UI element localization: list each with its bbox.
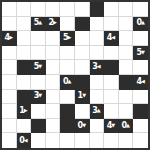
- cell-r3c7[interactable]: [104, 46, 119, 61]
- clue-0-l-r9c1: 0◀: [19, 137, 26, 145]
- arrow-u-icon: ▲: [141, 19, 144, 25]
- cell-r0c0[interactable]: [2, 2, 17, 17]
- arrow-d-icon: ▼: [111, 122, 114, 128]
- arrow-d-icon: ▼: [38, 92, 41, 98]
- arrow-d-icon: ▼: [82, 92, 85, 98]
- cell-r8c8: 0▲: [119, 119, 134, 134]
- arrow-d-icon: ▼: [38, 63, 41, 69]
- cell-r1c3: 2▶: [46, 17, 61, 32]
- cell-r0c6: [90, 2, 105, 17]
- cell-r2c7: 4◀: [104, 31, 119, 46]
- cell-r4c0[interactable]: [2, 60, 17, 75]
- cell-r0c8[interactable]: [119, 2, 134, 17]
- cell-r8c7: 4▼: [104, 119, 119, 134]
- arrow-d-icon: ▼: [82, 122, 85, 128]
- cell-r6c8[interactable]: [119, 90, 134, 105]
- cell-r0c3[interactable]: [46, 2, 61, 17]
- cell-r4c2: 5▼: [31, 60, 46, 75]
- cell-r0c5[interactable]: [75, 2, 90, 17]
- cell-r7c3[interactable]: [46, 104, 61, 119]
- cell-r9c6[interactable]: [90, 133, 105, 148]
- arrow-l-icon: ◀: [97, 63, 100, 69]
- cell-r9c8[interactable]: [119, 133, 134, 148]
- cell-r8c6[interactable]: [90, 119, 105, 134]
- cell-r7c1: 1▶: [17, 104, 32, 119]
- cell-r1c8[interactable]: [119, 17, 134, 32]
- cell-r9c7[interactable]: [104, 133, 119, 148]
- cell-r8c9[interactable]: [133, 119, 148, 134]
- clue-4-r-r2c0: 4▶: [5, 34, 12, 42]
- clue-0-u-r5c4: 0▲: [63, 78, 70, 86]
- cell-r6c9[interactable]: [133, 90, 148, 105]
- clue-1-r-r7c1: 1▶: [19, 107, 26, 115]
- clue-0-u-r1c9: 0▲: [136, 19, 143, 27]
- cell-r2c6[interactable]: [90, 31, 105, 46]
- cell-r9c9[interactable]: [133, 133, 148, 148]
- cell-r5c8: [119, 75, 134, 90]
- cell-r4c4[interactable]: [60, 60, 75, 75]
- clue-0-u-r8c8: 0▲: [121, 122, 128, 130]
- cell-r8c2: [31, 119, 46, 134]
- cell-r9c5[interactable]: [75, 133, 90, 148]
- cell-r4c7: [104, 60, 119, 75]
- clue-3-d-r6c2: 3▼: [34, 92, 41, 100]
- cell-r8c3[interactable]: [46, 119, 61, 134]
- cell-r4c5[interactable]: [75, 60, 90, 75]
- cell-r5c6[interactable]: [90, 75, 105, 90]
- cell-r3c9: 5▼: [133, 46, 148, 61]
- cell-r2c5[interactable]: [75, 31, 90, 46]
- arrow-l-icon: ◀: [24, 137, 27, 143]
- cell-r5c5: [75, 75, 90, 90]
- clue-3-l-r4c6: 3◀: [92, 63, 99, 71]
- cell-r5c7[interactable]: [104, 75, 119, 90]
- cell-r4c9[interactable]: [133, 60, 148, 75]
- cell-r6c5: 1▼: [75, 90, 90, 105]
- clue-2-r-r1c3: 2▶: [48, 19, 55, 27]
- cell-r9c1: 0◀: [17, 133, 32, 148]
- cell-r4c3[interactable]: [46, 60, 61, 75]
- cell-r2c1[interactable]: [17, 31, 32, 46]
- arrow-r-icon: ▶: [9, 34, 12, 40]
- cell-r3c8[interactable]: [119, 46, 134, 61]
- cell-r5c3[interactable]: [46, 75, 61, 90]
- yajilin-board: 5▲2▶0▲4▶5▶4◀5▼5▼3◀0▲4◀3▼1▼1▶3▲0▼4▼0▲0◀: [0, 0, 150, 150]
- cell-r6c3[interactable]: [46, 90, 61, 105]
- cell-r5c1[interactable]: [17, 75, 32, 90]
- arrow-d-icon: ▼: [141, 49, 144, 55]
- cell-r6c1: [17, 90, 32, 105]
- cell-r9c2[interactable]: [31, 133, 46, 148]
- cell-r1c0[interactable]: [2, 17, 17, 32]
- clue-4-l-r5c9: 4◀: [136, 78, 143, 86]
- cell-r7c4: [60, 104, 75, 119]
- cell-r3c0[interactable]: [2, 46, 17, 61]
- cell-r0c2[interactable]: [31, 2, 46, 17]
- cell-r2c4: 5▶: [60, 31, 75, 46]
- cell-r7c0[interactable]: [2, 104, 17, 119]
- cell-r1c9: 0▲: [133, 17, 148, 32]
- clue-4-d-r8c7: 4▼: [107, 122, 114, 130]
- cell-r0c7[interactable]: [104, 2, 119, 17]
- arrow-l-icon: ◀: [111, 34, 114, 40]
- cell-r8c0[interactable]: [2, 119, 17, 134]
- cell-r8c4: [60, 119, 75, 134]
- cell-r7c5[interactable]: [75, 104, 90, 119]
- cell-r7c2[interactable]: [31, 104, 46, 119]
- cell-r9c4[interactable]: [60, 133, 75, 148]
- clue-5-d-r3c9: 5▼: [136, 49, 143, 57]
- cell-r3c3[interactable]: [46, 46, 61, 61]
- cell-r3c4[interactable]: [60, 46, 75, 61]
- cell-r2c8[interactable]: [119, 31, 134, 46]
- cell-r3c5[interactable]: [75, 46, 90, 61]
- cell-r6c0[interactable]: [2, 90, 17, 105]
- clue-3-u-r7c6: 3▲: [92, 107, 99, 115]
- arrow-u-icon: ▲: [126, 122, 129, 128]
- arrow-l-icon: ◀: [141, 78, 144, 84]
- arrow-r-icon: ▶: [24, 107, 27, 113]
- cell-r5c0[interactable]: [2, 75, 17, 90]
- cell-r1c2: 5▲: [31, 17, 46, 32]
- cell-r7c8[interactable]: [119, 104, 134, 119]
- cell-r3c1[interactable]: [17, 46, 32, 61]
- cell-r7c7[interactable]: [104, 104, 119, 119]
- cell-r0c1[interactable]: [17, 2, 32, 17]
- cell-r2c3[interactable]: [46, 31, 61, 46]
- cell-r4c6: 3◀: [90, 60, 105, 75]
- cell-r0c4[interactable]: [60, 2, 75, 17]
- arrow-u-icon: ▲: [68, 78, 71, 84]
- cell-r8c5: 0▼: [75, 119, 90, 134]
- cell-r1c1[interactable]: [17, 17, 32, 32]
- clue-5-r-r2c4: 5▶: [63, 34, 70, 42]
- cell-r8c1[interactable]: [17, 119, 32, 134]
- cell-r1c7[interactable]: [104, 17, 119, 32]
- cell-r3c6[interactable]: [90, 46, 105, 61]
- cell-r6c4[interactable]: [60, 90, 75, 105]
- cell-r2c9[interactable]: [133, 31, 148, 46]
- cell-r0c9[interactable]: [133, 2, 148, 17]
- cell-r6c2: 3▼: [31, 90, 46, 105]
- clue-5-u-r1c2: 5▲: [34, 19, 41, 27]
- clue-4-l-r2c7: 4◀: [107, 34, 114, 42]
- cell-r5c4: 0▲: [60, 75, 75, 90]
- cell-r2c0: 4▶: [2, 31, 17, 46]
- cell-r9c3[interactable]: [46, 133, 61, 148]
- cell-r6c6[interactable]: [90, 90, 105, 105]
- clue-5-d-r4c2: 5▼: [34, 63, 41, 71]
- cell-r7c9: [133, 104, 148, 119]
- arrow-u-icon: ▲: [97, 107, 100, 113]
- arrow-u-icon: ▲: [38, 19, 41, 25]
- cell-r7c6: 3▲: [90, 104, 105, 119]
- cell-r5c9: 4◀: [133, 75, 148, 90]
- cell-r1c4[interactable]: [60, 17, 75, 32]
- clue-0-d-r8c5: 0▼: [78, 122, 85, 130]
- arrow-r-icon: ▶: [53, 19, 56, 25]
- clue-1-d-r6c5: 1▼: [78, 92, 85, 100]
- cell-r1c5: [75, 17, 90, 32]
- cell-r4c8[interactable]: [119, 60, 134, 75]
- arrow-r-icon: ▶: [68, 34, 71, 40]
- cell-r2c2[interactable]: [31, 31, 46, 46]
- cell-r1c6[interactable]: [90, 17, 105, 32]
- cell-r5c2[interactable]: [31, 75, 46, 90]
- cell-r4c1: [17, 60, 32, 75]
- cell-r6c7[interactable]: [104, 90, 119, 105]
- cell-r3c2[interactable]: [31, 46, 46, 61]
- cell-r9c0[interactable]: [2, 133, 17, 148]
